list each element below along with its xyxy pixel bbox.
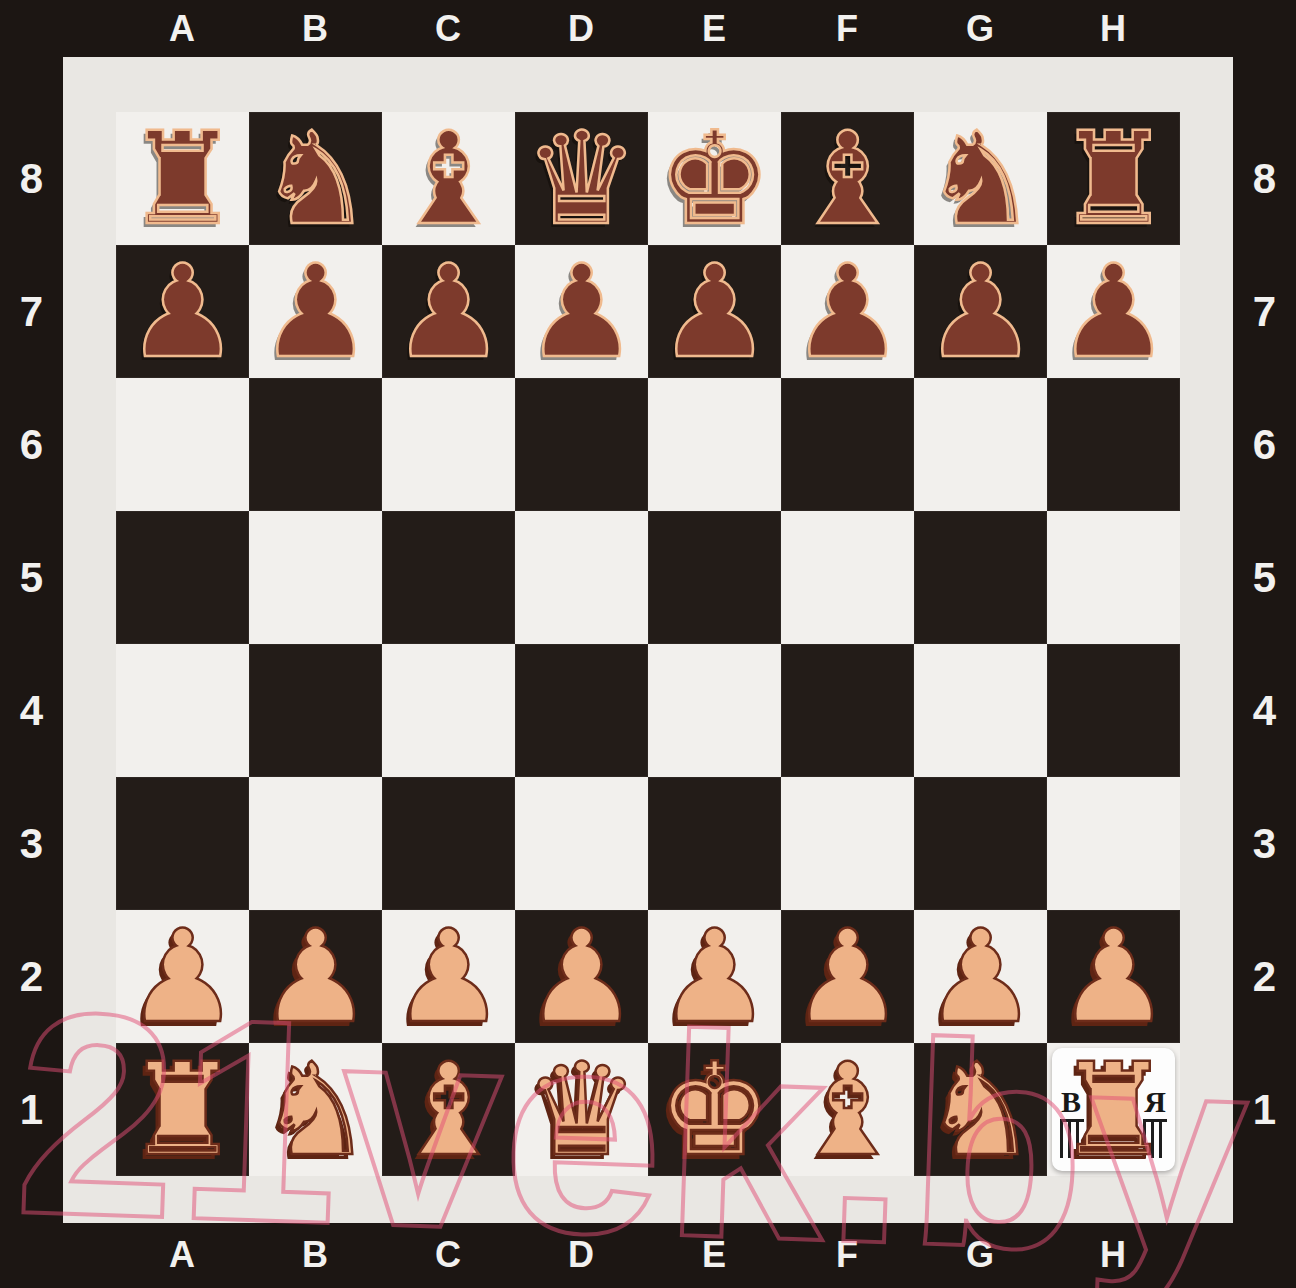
file-label-a-top: A — [116, 8, 249, 50]
square-g2[interactable]: ♟ — [914, 910, 1047, 1043]
white-pawn-piece[interactable]: ♟ — [125, 910, 240, 1043]
rank-label-4-right: 4 — [1233, 644, 1296, 777]
square-g8[interactable]: ♞ — [914, 112, 1047, 245]
square-g3[interactable] — [914, 777, 1047, 910]
emblem-bars-left — [1060, 1119, 1084, 1158]
file-label-b-top: B — [249, 8, 382, 50]
file-label-g-top: G — [914, 8, 1047, 50]
square-e2[interactable]: ♟ — [648, 910, 781, 1043]
chessboard-grid: ♜♞♝♛♚♝♞♜♟♟♟♟♟♟♟♟♟♟♟♟♟♟♟♟♜♞♝♛♚♝♞ВЯ♜ — [116, 112, 1180, 1176]
emblem-letter-left: В — [1061, 1087, 1081, 1117]
rank-label-7-left: 7 — [0, 245, 63, 378]
square-f2[interactable]: ♟ — [781, 910, 914, 1043]
white-bishop-piece[interactable]: ♝ — [790, 1043, 905, 1176]
square-d6[interactable] — [515, 378, 648, 511]
square-b5[interactable] — [249, 511, 382, 644]
square-c1[interactable]: ♝ — [382, 1043, 515, 1176]
white-pawn-piece[interactable]: ♟ — [657, 910, 772, 1043]
square-d4[interactable] — [515, 644, 648, 777]
white-knight-piece[interactable]: ♞ — [923, 1043, 1038, 1176]
square-h3[interactable] — [1047, 777, 1180, 910]
square-d7[interactable]: ♟ — [515, 245, 648, 378]
black-pawn-piece[interactable]: ♟ — [524, 245, 639, 378]
black-pawn-piece[interactable]: ♟ — [657, 245, 772, 378]
black-knight-piece[interactable]: ♞ — [258, 112, 373, 245]
square-h7[interactable]: ♟ — [1047, 245, 1180, 378]
square-d8[interactable]: ♛ — [515, 112, 648, 245]
square-c4[interactable] — [382, 644, 515, 777]
file-label-d-top: D — [515, 8, 648, 50]
rank-label-3-right: 3 — [1233, 777, 1296, 910]
file-label-e-bottom: E — [648, 1234, 781, 1276]
black-pawn-piece[interactable]: ♟ — [923, 245, 1038, 378]
square-c5[interactable] — [382, 511, 515, 644]
black-pawn-piece[interactable]: ♟ — [258, 245, 373, 378]
square-g4[interactable] — [914, 644, 1047, 777]
square-b3[interactable] — [249, 777, 382, 910]
square-c6[interactable] — [382, 378, 515, 511]
black-pawn-piece[interactable]: ♟ — [1056, 245, 1171, 378]
square-b8[interactable]: ♞ — [249, 112, 382, 245]
square-h4[interactable] — [1047, 644, 1180, 777]
square-d1[interactable]: ♛ — [515, 1043, 648, 1176]
demonstration-chessboard: ♜♞♝♛♚♝♞♜♟♟♟♟♟♟♟♟♟♟♟♟♟♟♟♟♜♞♝♛♚♝♞ВЯ♜ 21vek… — [0, 0, 1296, 1288]
square-h6[interactable] — [1047, 378, 1180, 511]
club-emblem-card: ВЯ — [1052, 1048, 1175, 1171]
file-label-b-bottom: B — [249, 1234, 382, 1276]
white-king-piece[interactable]: ♚ — [657, 1043, 772, 1176]
square-a6[interactable] — [116, 378, 249, 511]
white-knight-piece[interactable]: ♞ — [258, 1043, 373, 1176]
black-bishop-piece[interactable]: ♝ — [790, 112, 905, 245]
white-pawn-piece[interactable]: ♟ — [1056, 910, 1171, 1043]
white-pawn-piece[interactable]: ♟ — [258, 910, 373, 1043]
file-label-f-bottom: F — [781, 1234, 914, 1276]
square-f1[interactable]: ♝ — [781, 1043, 914, 1176]
square-f3[interactable] — [781, 777, 914, 910]
square-b4[interactable] — [249, 644, 382, 777]
square-e5[interactable] — [648, 511, 781, 644]
file-label-e-top: E — [648, 8, 781, 50]
square-h1[interactable]: ВЯ♜ — [1047, 1043, 1180, 1176]
square-e7[interactable]: ♟ — [648, 245, 781, 378]
rank-label-4-left: 4 — [0, 644, 63, 777]
white-bishop-piece[interactable]: ♝ — [391, 1043, 506, 1176]
square-b6[interactable] — [249, 378, 382, 511]
black-bishop-piece[interactable]: ♝ — [391, 112, 506, 245]
black-knight-piece[interactable]: ♞ — [923, 112, 1038, 245]
square-a2[interactable]: ♟ — [116, 910, 249, 1043]
black-rook-piece[interactable]: ♜ — [1056, 112, 1171, 245]
square-a5[interactable] — [116, 511, 249, 644]
rank-label-6-left: 6 — [0, 378, 63, 511]
square-g7[interactable]: ♟ — [914, 245, 1047, 378]
white-pawn-piece[interactable]: ♟ — [923, 910, 1038, 1043]
file-label-g-bottom: G — [914, 1234, 1047, 1276]
file-label-h-top: H — [1047, 8, 1180, 50]
white-pawn-piece[interactable]: ♟ — [391, 910, 506, 1043]
file-label-f-top: F — [781, 8, 914, 50]
square-d3[interactable] — [515, 777, 648, 910]
square-e1[interactable]: ♚ — [648, 1043, 781, 1176]
white-rook-piece[interactable]: ♜ — [125, 1043, 240, 1176]
square-a8[interactable]: ♜ — [116, 112, 249, 245]
file-label-d-bottom: D — [515, 1234, 648, 1276]
rank-label-3-left: 3 — [0, 777, 63, 910]
rank-label-1-left: 1 — [0, 1043, 63, 1176]
file-label-a-bottom: A — [116, 1234, 249, 1276]
square-a7[interactable]: ♟ — [116, 245, 249, 378]
square-b2[interactable]: ♟ — [249, 910, 382, 1043]
square-a3[interactable] — [116, 777, 249, 910]
square-g5[interactable] — [914, 511, 1047, 644]
square-c3[interactable] — [382, 777, 515, 910]
black-pawn-piece[interactable]: ♟ — [125, 245, 240, 378]
rank-label-5-right: 5 — [1233, 511, 1296, 644]
square-f7[interactable]: ♟ — [781, 245, 914, 378]
square-h8[interactable]: ♜ — [1047, 112, 1180, 245]
square-a1[interactable]: ♜ — [116, 1043, 249, 1176]
square-f6[interactable] — [781, 378, 914, 511]
white-pawn-piece[interactable]: ♟ — [524, 910, 639, 1043]
black-rook-piece[interactable]: ♜ — [125, 112, 240, 245]
file-label-c-top: C — [382, 8, 515, 50]
square-h5[interactable] — [1047, 511, 1180, 644]
black-queen-piece[interactable]: ♛ — [524, 112, 639, 245]
square-g1[interactable]: ♞ — [914, 1043, 1047, 1176]
white-queen-piece[interactable]: ♛ — [524, 1043, 639, 1176]
file-label-h-bottom: H — [1047, 1234, 1180, 1276]
square-b7[interactable]: ♟ — [249, 245, 382, 378]
rank-label-2-left: 2 — [0, 910, 63, 1043]
square-b1[interactable]: ♞ — [249, 1043, 382, 1176]
file-label-c-bottom: C — [382, 1234, 515, 1276]
emblem-bars-right — [1143, 1119, 1167, 1158]
rank-label-1-right: 1 — [1233, 1043, 1296, 1176]
square-f5[interactable] — [781, 511, 914, 644]
rank-label-6-right: 6 — [1233, 378, 1296, 511]
square-h2[interactable]: ♟ — [1047, 910, 1180, 1043]
square-e6[interactable] — [648, 378, 781, 511]
square-e8[interactable]: ♚ — [648, 112, 781, 245]
square-c7[interactable]: ♟ — [382, 245, 515, 378]
square-d2[interactable]: ♟ — [515, 910, 648, 1043]
emblem-letter-right: Я — [1144, 1087, 1166, 1117]
rank-label-8-left: 8 — [0, 112, 63, 245]
rank-label-2-right: 2 — [1233, 910, 1296, 1043]
square-f8[interactable]: ♝ — [781, 112, 914, 245]
rank-label-8-right: 8 — [1233, 112, 1296, 245]
square-d5[interactable] — [515, 511, 648, 644]
square-e3[interactable] — [648, 777, 781, 910]
square-g6[interactable] — [914, 378, 1047, 511]
white-pawn-piece[interactable]: ♟ — [790, 910, 905, 1043]
black-pawn-piece[interactable]: ♟ — [391, 245, 506, 378]
square-a4[interactable] — [116, 644, 249, 777]
square-f4[interactable] — [781, 644, 914, 777]
black-king-piece[interactable]: ♚ — [657, 112, 772, 245]
black-pawn-piece[interactable]: ♟ — [790, 245, 905, 378]
square-c2[interactable]: ♟ — [382, 910, 515, 1043]
rank-label-5-left: 5 — [0, 511, 63, 644]
square-e4[interactable] — [648, 644, 781, 777]
rank-label-7-right: 7 — [1233, 245, 1296, 378]
square-c8[interactable]: ♝ — [382, 112, 515, 245]
